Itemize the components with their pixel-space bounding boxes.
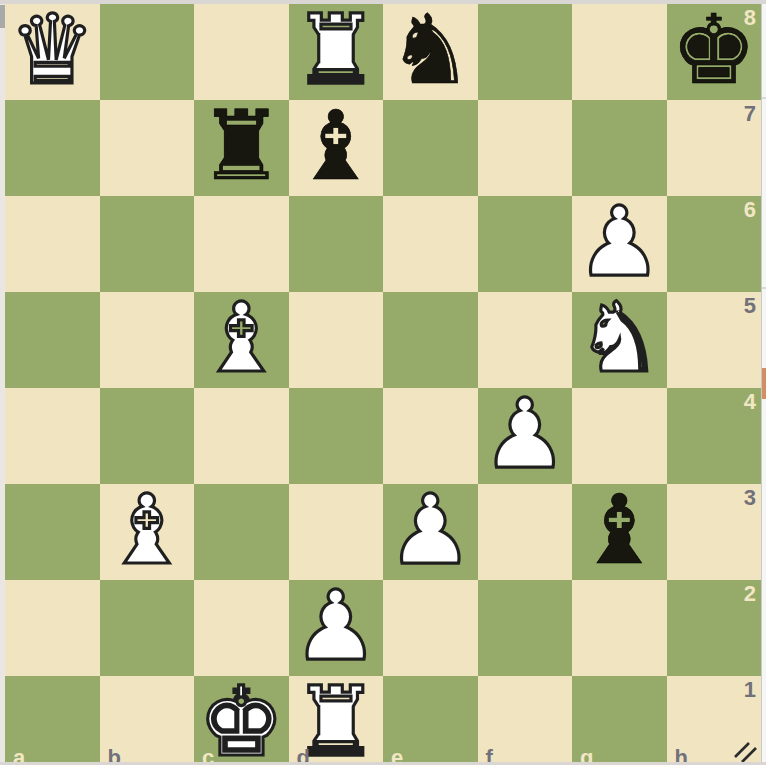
- square-d4[interactable]: [289, 388, 384, 484]
- square-e6[interactable]: [383, 196, 478, 292]
- square-c2[interactable]: [194, 580, 289, 676]
- white-pawn[interactable]: ♟: [387, 482, 473, 578]
- square-h2[interactable]: 2: [667, 580, 762, 676]
- square-f3[interactable]: [478, 484, 573, 580]
- rank-label-2: 2: [744, 583, 756, 605]
- rank-label-4: 4: [744, 391, 756, 413]
- square-a4[interactable]: [5, 388, 100, 484]
- square-h7[interactable]: 7: [667, 100, 762, 196]
- square-c1[interactable]: ♚c: [194, 676, 289, 765]
- square-d5[interactable]: [289, 292, 384, 388]
- square-d1[interactable]: ♜d: [289, 676, 384, 765]
- square-d6[interactable]: [289, 196, 384, 292]
- square-c5[interactable]: ♝: [194, 292, 289, 388]
- square-g5[interactable]: ♞: [572, 292, 667, 388]
- square-e5[interactable]: [383, 292, 478, 388]
- black-bishop[interactable]: ♝: [293, 98, 379, 194]
- chess-board: ♛♜♞♚8♜♝7♟6♝♞5♟4♝♟♝3♟2ab♚c♜defg1h: [5, 4, 761, 762]
- square-f5[interactable]: [478, 292, 573, 388]
- square-b3[interactable]: ♝: [100, 484, 195, 580]
- square-c6[interactable]: [194, 196, 289, 292]
- white-pawn[interactable]: ♟: [482, 386, 568, 482]
- square-g3[interactable]: ♝: [572, 484, 667, 580]
- square-h5[interactable]: 5: [667, 292, 762, 388]
- square-h6[interactable]: 6: [667, 196, 762, 292]
- scrollbar-highlight-marker[interactable]: [762, 368, 766, 399]
- square-e1[interactable]: e: [383, 676, 478, 765]
- square-a5[interactable]: [5, 292, 100, 388]
- scrollbar-track[interactable]: [761, 4, 766, 762]
- square-b8[interactable]: [100, 4, 195, 100]
- rank-label-5: 5: [744, 295, 756, 317]
- square-a8[interactable]: ♛: [5, 4, 100, 100]
- square-c7[interactable]: ♜: [194, 100, 289, 196]
- square-d2[interactable]: ♟: [289, 580, 384, 676]
- rank-label-8: 8: [744, 7, 756, 29]
- square-h8[interactable]: ♚8: [667, 4, 762, 100]
- square-g6[interactable]: ♟: [572, 196, 667, 292]
- square-c4[interactable]: [194, 388, 289, 484]
- square-e8[interactable]: ♞: [383, 4, 478, 100]
- square-e3[interactable]: ♟: [383, 484, 478, 580]
- white-bishop[interactable]: ♝: [198, 290, 284, 386]
- square-b7[interactable]: [100, 100, 195, 196]
- square-b6[interactable]: [100, 196, 195, 292]
- square-e2[interactable]: [383, 580, 478, 676]
- square-f4[interactable]: ♟: [478, 388, 573, 484]
- square-b4[interactable]: [100, 388, 195, 484]
- black-rook[interactable]: ♜: [198, 98, 284, 194]
- rank-label-3: 3: [744, 487, 756, 509]
- square-g4[interactable]: [572, 388, 667, 484]
- rank-label-1: 1: [744, 679, 756, 701]
- square-c3[interactable]: [194, 484, 289, 580]
- white-pawn[interactable]: ♟: [576, 194, 662, 290]
- square-h3[interactable]: 3: [667, 484, 762, 580]
- square-h4[interactable]: 4: [667, 388, 762, 484]
- square-g8[interactable]: [572, 4, 667, 100]
- square-a3[interactable]: [5, 484, 100, 580]
- white-pawn[interactable]: ♟: [293, 578, 379, 674]
- square-a1[interactable]: a: [5, 676, 100, 765]
- black-bishop[interactable]: ♝: [576, 482, 662, 578]
- square-h1[interactable]: 1h: [667, 676, 762, 765]
- square-g1[interactable]: g: [572, 676, 667, 765]
- white-queen[interactable]: ♛: [9, 2, 95, 98]
- square-d8[interactable]: ♜: [289, 4, 384, 100]
- square-b2[interactable]: [100, 580, 195, 676]
- square-g2[interactable]: [572, 580, 667, 676]
- square-g7[interactable]: [572, 100, 667, 196]
- square-b5[interactable]: [100, 292, 195, 388]
- square-f1[interactable]: f: [478, 676, 573, 765]
- scrollbar-tick: [762, 97, 766, 99]
- square-f6[interactable]: [478, 196, 573, 292]
- rank-label-6: 6: [744, 199, 756, 221]
- white-bishop[interactable]: ♝: [104, 482, 190, 578]
- square-f7[interactable]: [478, 100, 573, 196]
- square-a2[interactable]: [5, 580, 100, 676]
- square-a7[interactable]: [5, 100, 100, 196]
- black-knight[interactable]: ♞: [387, 2, 473, 98]
- square-e7[interactable]: [383, 100, 478, 196]
- square-f2[interactable]: [478, 580, 573, 676]
- square-f8[interactable]: [478, 4, 573, 100]
- square-e4[interactable]: [383, 388, 478, 484]
- square-d7[interactable]: ♝: [289, 100, 384, 196]
- square-b1[interactable]: b: [100, 676, 195, 765]
- square-d3[interactable]: [289, 484, 384, 580]
- square-a6[interactable]: [5, 196, 100, 292]
- white-knight[interactable]: ♞: [576, 290, 662, 386]
- white-rook[interactable]: ♜: [293, 2, 379, 98]
- rank-label-7: 7: [744, 103, 756, 125]
- square-c8[interactable]: [194, 4, 289, 100]
- scrollbar-tick: [762, 287, 766, 289]
